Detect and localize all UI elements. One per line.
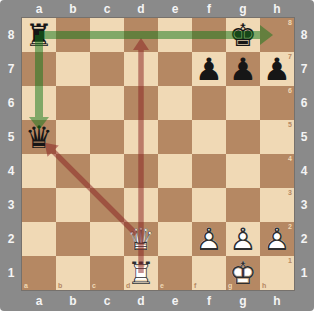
king-glyph: ♚ — [226, 18, 260, 52]
square-f3[interactable] — [192, 188, 226, 222]
inner-rank-label-3: 3 — [288, 189, 292, 196]
piece-white-queen[interactable]: ♛♕ — [124, 222, 158, 256]
king-outline-glyph: ♔ — [226, 256, 260, 290]
inner-rank-label-1: 1 — [288, 257, 292, 264]
square-a4[interactable] — [22, 154, 56, 188]
square-e6[interactable] — [158, 86, 192, 120]
square-a3[interactable] — [22, 188, 56, 222]
inner-file-label-f: f — [194, 282, 196, 289]
square-c4[interactable] — [90, 154, 124, 188]
inner-rank-label-5: 5 — [288, 121, 292, 128]
square-b2[interactable] — [56, 222, 90, 256]
square-d7[interactable] — [124, 52, 158, 86]
square-a6[interactable] — [22, 86, 56, 120]
rank-label-right-7: 7 — [294, 52, 314, 86]
inner-file-label-a: a — [24, 282, 28, 289]
file-label-bottom-d: d — [124, 290, 158, 311]
rank-label-left-7: 7 — [0, 52, 22, 86]
rank-label-left-5: 5 — [0, 120, 22, 154]
piece-white-pawn[interactable]: ♟♙ — [260, 222, 294, 256]
rook-glyph: ♜ — [22, 18, 56, 52]
rank-label-left-8: 8 — [0, 18, 22, 52]
rank-label-left-6: 6 — [0, 86, 22, 120]
square-d8[interactable] — [124, 18, 158, 52]
rank-label-right-3: 3 — [294, 188, 314, 222]
square-c8[interactable] — [90, 18, 124, 52]
square-b4[interactable] — [56, 154, 90, 188]
rank-label-left-2: 2 — [0, 222, 22, 256]
inner-rank-label-8: 8 — [288, 19, 292, 26]
square-c6[interactable] — [90, 86, 124, 120]
piece-black-pawn[interactable]: ♟ — [192, 52, 226, 86]
queen-glyph: ♛ — [22, 120, 56, 154]
piece-black-rook[interactable]: ♜ — [22, 18, 56, 52]
square-c7[interactable] — [90, 52, 124, 86]
square-e2[interactable] — [158, 222, 192, 256]
file-label-top-e: e — [158, 0, 192, 18]
square-g5[interactable] — [226, 120, 260, 154]
pawn-glyph: ♟ — [192, 52, 226, 86]
square-b7[interactable] — [56, 52, 90, 86]
rank-label-right-5: 5 — [294, 120, 314, 154]
file-label-top-g: g — [226, 0, 260, 18]
pawn-outline-glyph: ♙ — [192, 222, 226, 256]
rank-label-left-1: 1 — [0, 256, 22, 290]
square-c5[interactable] — [90, 120, 124, 154]
square-g3[interactable] — [226, 188, 260, 222]
file-label-top-a: a — [22, 0, 56, 18]
file-label-top-h: h — [260, 0, 294, 18]
file-label-bottom-b: b — [56, 290, 90, 311]
inner-rank-label-6: 6 — [288, 87, 292, 94]
square-d4[interactable] — [124, 154, 158, 188]
piece-black-queen[interactable]: ♛ — [22, 120, 56, 154]
square-b6[interactable] — [56, 86, 90, 120]
piece-white-pawn[interactable]: ♟♙ — [226, 222, 260, 256]
square-g4[interactable] — [226, 154, 260, 188]
square-f4[interactable] — [192, 154, 226, 188]
piece-black-pawn[interactable]: ♟ — [226, 52, 260, 86]
piece-white-king[interactable]: ♚♔ — [226, 256, 260, 290]
square-e7[interactable] — [158, 52, 192, 86]
file-label-bottom-f: f — [192, 290, 226, 311]
inner-file-label-b: b — [58, 282, 62, 289]
square-b8[interactable] — [56, 18, 90, 52]
file-label-top-f: f — [192, 0, 226, 18]
rank-label-right-6: 6 — [294, 86, 314, 120]
rank-label-left-3: 3 — [0, 188, 22, 222]
file-label-top-d: d — [124, 0, 158, 18]
file-label-bottom-a: a — [22, 290, 56, 311]
square-a7[interactable] — [22, 52, 56, 86]
rank-label-right-2: 2 — [294, 222, 314, 256]
square-g6[interactable] — [226, 86, 260, 120]
file-label-top-b: b — [56, 0, 90, 18]
file-label-bottom-h: h — [260, 290, 294, 311]
file-label-bottom-g: g — [226, 290, 260, 311]
pawn-glyph: ♟ — [226, 52, 260, 86]
rank-label-right-8: 8 — [294, 18, 314, 52]
pawn-glyph: ♟ — [260, 52, 294, 86]
square-b3[interactable] — [56, 188, 90, 222]
chess-board[interactable]: 87654321abcdefgh♜♚♟♟♟♛♛♕♟♙♟♙♟♙♜♖♚♔ — [22, 18, 294, 290]
inner-file-label-c: c — [92, 282, 96, 289]
square-f8[interactable] — [192, 18, 226, 52]
piece-black-king[interactable]: ♚ — [226, 18, 260, 52]
file-label-bottom-e: e — [158, 290, 192, 311]
square-f1[interactable] — [192, 256, 226, 290]
piece-white-pawn[interactable]: ♟♙ — [192, 222, 226, 256]
inner-file-label-h: h — [262, 282, 266, 289]
square-d3[interactable] — [124, 188, 158, 222]
square-d6[interactable] — [124, 86, 158, 120]
inner-file-label-e: e — [160, 282, 164, 289]
square-f6[interactable] — [192, 86, 226, 120]
square-e5[interactable] — [158, 120, 192, 154]
square-a2[interactable] — [22, 222, 56, 256]
rook-outline-glyph: ♖ — [124, 256, 158, 290]
rank-label-right-4: 4 — [294, 154, 314, 188]
file-label-bottom-c: c — [90, 290, 124, 311]
piece-white-rook[interactable]: ♜♖ — [124, 256, 158, 290]
board-frame: 87654321abcdefgh♜♚♟♟♟♛♛♕♟♙♟♙♟♙♜♖♚♔ aa88b… — [0, 0, 314, 311]
queen-outline-glyph: ♕ — [124, 222, 158, 256]
square-e4[interactable] — [158, 154, 192, 188]
pawn-outline-glyph: ♙ — [260, 222, 294, 256]
square-c3[interactable] — [90, 188, 124, 222]
file-label-top-c: c — [90, 0, 124, 18]
square-b5[interactable] — [56, 120, 90, 154]
square-f5[interactable] — [192, 120, 226, 154]
piece-black-pawn[interactable]: ♟ — [260, 52, 294, 86]
rank-label-left-4: 4 — [0, 154, 22, 188]
inner-rank-label-4: 4 — [288, 155, 292, 162]
rank-label-right-1: 1 — [294, 256, 314, 290]
square-e3[interactable] — [158, 188, 192, 222]
square-c2[interactable] — [90, 222, 124, 256]
pawn-outline-glyph: ♙ — [226, 222, 260, 256]
square-d5[interactable] — [124, 120, 158, 154]
square-e8[interactable] — [158, 18, 192, 52]
